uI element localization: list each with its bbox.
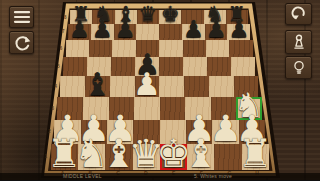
chess-board[interactable]: ♜♞♝♛♚♞♜8♟♟♟♟♟♟76♟5♝♟4♞3♟♟♟♟♟♟2♜♞♝♛♚♝♜1AB…	[0, 0, 320, 180]
rank-label-3: 3	[51, 106, 54, 111]
menu-button[interactable]	[9, 6, 34, 28]
square-d3[interactable]	[134, 97, 160, 120]
square-b5[interactable]	[87, 57, 111, 76]
rank-row-5	[63, 57, 255, 76]
square-h6[interactable]	[229, 40, 252, 57]
square-b3[interactable]	[83, 97, 109, 120]
square-f8[interactable]	[181, 10, 203, 24]
square-f5[interactable]	[183, 57, 207, 76]
piece-shadow	[139, 73, 156, 76]
piece-shadow	[231, 21, 244, 24]
rotate-button[interactable]	[9, 31, 34, 54]
square-a6[interactable]	[66, 40, 89, 57]
rank-label-4: 4	[54, 84, 57, 89]
rank-label-7: 7	[62, 29, 65, 34]
rank-label-1: 1	[45, 154, 48, 159]
piece-shadow	[75, 21, 88, 24]
status-bar: MIDDLE LEVEL 5. Whites move	[0, 173, 320, 181]
square-e7[interactable]	[159, 24, 182, 40]
square-b6[interactable]	[89, 40, 112, 57]
square-g4[interactable]	[209, 76, 234, 97]
piece-shadow	[97, 21, 110, 24]
rank-label-5: 5	[57, 64, 60, 69]
square-e6[interactable]	[159, 40, 182, 57]
piece-shadow	[142, 21, 155, 24]
square-f4[interactable]	[184, 76, 209, 97]
square-e2[interactable]	[160, 120, 186, 144]
difficulty-level-label: MIDDLE LEVEL	[63, 173, 102, 181]
piece-shadow	[119, 21, 132, 24]
square-c3[interactable]	[109, 97, 135, 120]
square-h4[interactable]	[234, 76, 259, 97]
square-g5[interactable]	[207, 57, 231, 76]
rank-row-6	[66, 40, 253, 57]
piece-shadow	[208, 21, 221, 24]
undo-button[interactable]	[285, 3, 312, 25]
square-a3[interactable]	[57, 97, 83, 120]
square-g6[interactable]	[206, 40, 229, 57]
square-c4[interactable]	[110, 76, 135, 97]
square-e4[interactable]	[159, 76, 184, 97]
hint-button[interactable]	[285, 56, 312, 79]
square-a5[interactable]	[63, 57, 87, 76]
square-d7[interactable]	[136, 24, 159, 40]
piece-shadow	[164, 21, 177, 24]
hamburger-icon	[12, 9, 32, 25]
pieces-button[interactable]	[285, 30, 312, 54]
square-c5[interactable]	[111, 57, 135, 76]
rank-label-6: 6	[60, 46, 63, 51]
piece-shadow	[138, 94, 157, 97]
square-e3[interactable]	[160, 97, 186, 120]
pawn-outline-icon	[291, 34, 307, 51]
rank-label-2: 2	[48, 129, 51, 134]
undo-arrow-icon	[290, 6, 308, 22]
piece-shadow	[88, 94, 107, 97]
square-g3[interactable]	[211, 97, 237, 120]
square-g1[interactable]	[214, 144, 241, 170]
square-h5[interactable]	[231, 57, 255, 76]
rotate-icon	[13, 34, 31, 52]
square-a4[interactable]	[60, 76, 85, 97]
square-f3[interactable]	[185, 97, 211, 120]
rank-label-8: 8	[64, 15, 67, 20]
square-c6[interactable]	[112, 40, 135, 57]
square-d6[interactable]	[136, 40, 159, 57]
chess-app-screen: ♜♞♝♛♚♞♜8♟♟♟♟♟♟76♟5♝♟4♞3♟♟♟♟♟♟2♜♞♝♛♚♝♜1AB…	[0, 0, 320, 180]
square-e5[interactable]	[159, 57, 183, 76]
square-f6[interactable]	[183, 40, 206, 57]
move-turn-label: 5. Whites move	[194, 173, 232, 181]
rank-row-3	[57, 97, 261, 120]
lightbulb-icon	[291, 59, 307, 76]
square-d2[interactable]	[133, 120, 159, 144]
